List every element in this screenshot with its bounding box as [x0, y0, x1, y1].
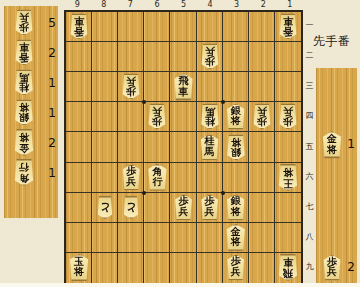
- board-grid: [66, 12, 301, 283]
- board-cell[interactable]: [118, 132, 144, 162]
- hand-count: 1: [48, 106, 56, 120]
- rank-label: 六: [303, 171, 316, 182]
- piece-kanji: 兵: [257, 106, 267, 117]
- piece-kanji: 飛: [179, 76, 189, 87]
- board-cell[interactable]: [170, 253, 196, 283]
- piece-kanji: 角: [19, 172, 29, 182]
- piece-kanji: 兵: [126, 76, 136, 87]
- hand-row-gote: 香車2: [4, 38, 58, 68]
- piece-kanji: 車: [74, 16, 84, 27]
- file-label: 8: [91, 0, 118, 9]
- board-cell[interactable]: [249, 253, 275, 283]
- board-cell[interactable]: [118, 12, 144, 42]
- piece-kanji: と: [126, 201, 137, 213]
- board-cell[interactable]: [92, 42, 118, 72]
- file-label: 3: [223, 0, 250, 9]
- piece-gote-kakugyo[interactable]: 角行: [12, 159, 36, 186]
- board-cell[interactable]: [66, 223, 92, 253]
- rank-label: 九: [303, 261, 316, 272]
- board-cell[interactable]: [249, 12, 275, 42]
- piece-sente-kinsho[interactable]: 金将: [320, 131, 344, 158]
- rank-label: 一: [303, 20, 316, 31]
- piece-gote-kyosha[interactable]: 香車: [13, 39, 35, 65]
- board-cell[interactable]: [249, 163, 275, 193]
- board-cell[interactable]: [92, 223, 118, 253]
- piece-kanji: 香: [19, 52, 29, 63]
- piece-gote-kinsho[interactable]: 金将: [12, 129, 36, 156]
- piece-kanji: 飛: [283, 267, 293, 278]
- board-cell[interactable]: [275, 72, 301, 102]
- hand-count: 2: [48, 136, 56, 150]
- hand-row-gote: 歩兵5: [4, 8, 58, 38]
- board-cell[interactable]: [170, 223, 196, 253]
- piece-kanji: 兵: [205, 207, 215, 218]
- piece-kanji: 兵: [179, 207, 189, 218]
- piece-kanji: 香: [74, 27, 84, 38]
- file-label: 7: [117, 0, 144, 9]
- hand-count: 1: [347, 137, 355, 151]
- piece-kanji: 将: [283, 167, 293, 178]
- piece-kanji: 兵: [152, 106, 162, 117]
- piece-kanji: 銀: [19, 112, 29, 123]
- piece-kanji: 香: [283, 27, 293, 38]
- board-cell[interactable]: [92, 132, 118, 162]
- piece-kanji: 将: [231, 207, 241, 218]
- board-cell[interactable]: [223, 72, 249, 102]
- hand-row-gote: 桂馬1: [4, 68, 58, 98]
- hand-row-gote: 銀将1: [4, 98, 58, 128]
- piece-kanji: 車: [283, 257, 293, 267]
- turn-indicator: 先手番: [313, 33, 359, 50]
- hand-row-gote: 金将2: [4, 128, 58, 158]
- hand-count: 2: [347, 260, 355, 274]
- piece-kanji: 兵: [231, 267, 241, 278]
- star-point: [142, 100, 146, 104]
- piece-kanji: 玉: [74, 257, 84, 268]
- piece-gote-keima[interactable]: 桂馬: [13, 69, 36, 95]
- piece-kanji: 王: [283, 177, 293, 188]
- sente-captured-tray: 金将1歩兵2: [316, 68, 357, 283]
- piece-kanji: 歩: [257, 117, 267, 128]
- board-cell[interactable]: [66, 193, 92, 223]
- piece-kanji: 将: [19, 132, 29, 143]
- piece-gote-fuhyo[interactable]: 歩兵: [13, 9, 35, 35]
- piece-kanji: 兵: [327, 268, 337, 279]
- piece-kanji: 歩: [205, 57, 215, 67]
- board-cell[interactable]: [92, 102, 118, 132]
- board-cell[interactable]: [118, 223, 144, 253]
- board-cell[interactable]: [66, 163, 92, 193]
- piece-gote-ginsho[interactable]: 銀将: [13, 99, 36, 125]
- file-label: 1: [277, 0, 304, 9]
- board-cell[interactable]: [249, 223, 275, 253]
- piece-kanji: 金: [19, 142, 29, 152]
- board-cell[interactable]: [170, 163, 196, 193]
- shogi-board: 香車香車歩兵歩兵飛車歩兵桂馬銀将歩兵歩兵桂馬銀将歩兵角行王将とと歩兵歩兵銀将金将…: [64, 10, 303, 285]
- piece-kanji: 行: [152, 177, 162, 188]
- piece-kanji: 歩: [126, 87, 136, 98]
- rank-label: 八: [303, 231, 316, 242]
- board-cell[interactable]: [144, 72, 170, 102]
- file-label: 9: [64, 0, 91, 9]
- piece-kanji: 兵: [19, 12, 29, 23]
- board-cell[interactable]: [170, 132, 196, 162]
- hand-count: 1: [48, 76, 56, 90]
- file-label: 2: [250, 0, 277, 9]
- piece-kanji: と: [100, 201, 111, 213]
- board-cell[interactable]: [66, 102, 92, 132]
- board-cell[interactable]: [223, 163, 249, 193]
- file-labels: 987654321: [64, 0, 303, 9]
- board-cell[interactable]: [223, 42, 249, 72]
- hand-row-sente: 金将1: [316, 129, 357, 159]
- board-cell[interactable]: [249, 193, 275, 223]
- file-label: 6: [144, 0, 171, 9]
- board-cell[interactable]: [66, 132, 92, 162]
- board-cell[interactable]: [92, 253, 118, 283]
- board-cell[interactable]: [118, 253, 144, 283]
- hand-row-sente: 歩兵2: [316, 252, 357, 282]
- piece-kanji: 行: [19, 162, 29, 173]
- board-cell[interactable]: [275, 42, 301, 72]
- gote-captured-tray: 歩兵5香車2桂馬1銀将1金将2角行1: [4, 6, 58, 218]
- piece-kanji: 角: [152, 167, 162, 178]
- piece-kanji: 将: [231, 136, 241, 147]
- piece-kanji: 金: [231, 227, 241, 238]
- piece-kanji: 銀: [231, 147, 241, 158]
- file-label: 4: [197, 0, 224, 9]
- board-cell[interactable]: [170, 102, 196, 132]
- board-cell[interactable]: [197, 72, 223, 102]
- board-cell[interactable]: [144, 12, 170, 42]
- board-cell[interactable]: [249, 42, 275, 72]
- board-cell[interactable]: [66, 42, 92, 72]
- piece-kanji: 将: [231, 237, 241, 248]
- piece-kanji: 将: [231, 117, 241, 128]
- piece-kanji: 車: [179, 87, 189, 98]
- piece-kanji: 将: [19, 102, 29, 113]
- star-point: [221, 191, 225, 195]
- board-cell[interactable]: [144, 253, 170, 283]
- board-cell[interactable]: [92, 12, 118, 42]
- piece-kanji: 桂: [19, 82, 29, 93]
- piece-kanji: 歩: [283, 117, 293, 128]
- board-cell[interactable]: [144, 223, 170, 253]
- board-cell[interactable]: [118, 102, 144, 132]
- board-cell[interactable]: [249, 132, 275, 162]
- board-cell[interactable]: [66, 72, 92, 102]
- board-cell[interactable]: [223, 12, 249, 42]
- board-cell[interactable]: [275, 132, 301, 162]
- piece-kanji: 馬: [205, 147, 215, 158]
- board-cell[interactable]: [197, 12, 223, 42]
- piece-kanji: 将: [327, 145, 337, 155]
- rank-label: 二: [303, 50, 316, 61]
- rank-label: 五: [303, 141, 316, 152]
- piece-sente-fuhyo[interactable]: 歩兵: [321, 255, 343, 281]
- piece-kanji: 歩: [19, 22, 29, 33]
- piece-kanji: 車: [283, 16, 293, 27]
- star-point: [221, 100, 225, 104]
- board-cell[interactable]: [197, 163, 223, 193]
- piece-kanji: 兵: [126, 177, 136, 188]
- rank-label: 七: [303, 201, 316, 212]
- piece-kanji: 桂: [205, 117, 215, 128]
- piece-kanji: 歩: [152, 117, 162, 128]
- board-cell[interactable]: [197, 253, 223, 283]
- rank-labels: 一二三四五六七八九: [303, 10, 316, 283]
- piece-kanji: 兵: [205, 46, 215, 57]
- rank-label: 三: [303, 80, 316, 91]
- board-cell[interactable]: [92, 72, 118, 102]
- board-cell[interactable]: [275, 193, 301, 223]
- board-cell[interactable]: [170, 42, 196, 72]
- hand-row-gote: 角行1: [4, 158, 58, 188]
- hand-count: 5: [48, 16, 56, 30]
- board-cell[interactable]: [197, 223, 223, 253]
- board-cell[interactable]: [249, 72, 275, 102]
- piece-kanji: 将: [74, 267, 84, 278]
- board-cell[interactable]: [144, 193, 170, 223]
- piece-kanji: 兵: [283, 106, 293, 117]
- board-cell[interactable]: [170, 12, 196, 42]
- board-cell[interactable]: [144, 42, 170, 72]
- piece-kanji: 車: [19, 42, 29, 53]
- board-cell[interactable]: [275, 223, 301, 253]
- board-cell[interactable]: [92, 163, 118, 193]
- piece-kanji: 馬: [19, 72, 29, 83]
- file-label: 5: [170, 0, 197, 9]
- piece-kanji: 金: [327, 134, 337, 145]
- board-cell[interactable]: [144, 132, 170, 162]
- star-point: [142, 191, 146, 195]
- rank-label: 四: [303, 110, 316, 121]
- board-cell[interactable]: [118, 42, 144, 72]
- hand-count: 2: [48, 46, 56, 60]
- piece-kanji: 馬: [205, 106, 215, 117]
- hand-count: 1: [48, 166, 56, 180]
- bottom-strip: [0, 283, 360, 287]
